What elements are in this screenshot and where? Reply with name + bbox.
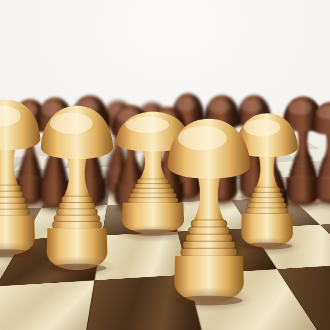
photo-scene [0, 0, 330, 330]
square-d1 [82, 275, 205, 330]
depth-haze [0, 112, 330, 240]
square-c1 [0, 280, 94, 330]
